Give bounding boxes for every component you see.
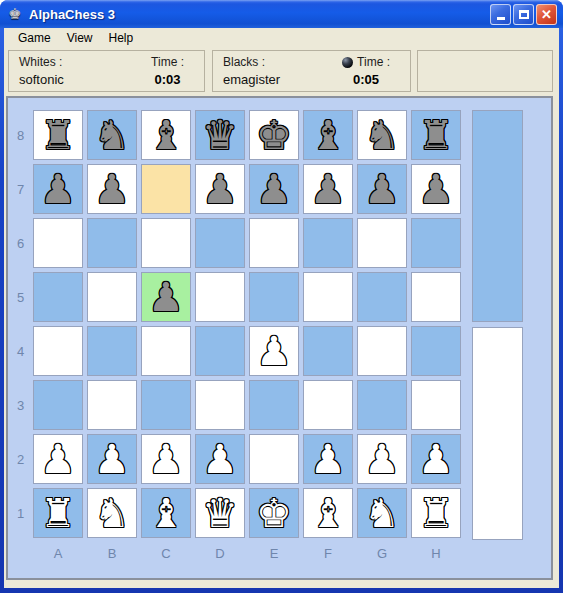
black-rook-a8: ♜	[34, 111, 82, 159]
square-d1[interactable]: ♛	[195, 488, 245, 538]
rank-label-4: 4	[8, 326, 33, 376]
square-h4[interactable]	[411, 326, 461, 376]
white-rook-a1: ♜	[34, 489, 82, 537]
square-g7[interactable]: ♟	[357, 164, 407, 214]
square-a1[interactable]: ♜	[33, 488, 83, 538]
square-b4[interactable]	[87, 326, 137, 376]
black-king-e8: ♚	[250, 111, 298, 159]
square-b3[interactable]	[87, 380, 137, 430]
square-g6[interactable]	[357, 218, 407, 268]
file-label-f: F	[303, 546, 353, 561]
black-rook-h8: ♜	[412, 111, 460, 159]
white-pawn-b2: ♟	[88, 435, 136, 483]
white-pawn-h2: ♟	[412, 435, 460, 483]
window-title: AlphaChess 3	[29, 7, 490, 22]
black-bishop-c8: ♝	[142, 111, 190, 159]
square-b5[interactable]	[87, 272, 137, 322]
empty-status-panel	[417, 50, 553, 92]
square-c4[interactable]	[141, 326, 191, 376]
file-label-h: H	[411, 546, 461, 561]
captured-pieces-tray-white	[472, 327, 523, 540]
square-a7[interactable]: ♟	[33, 164, 83, 214]
white-player-name: softonic	[19, 72, 64, 87]
black-knight-b8: ♞	[88, 111, 136, 159]
black-time-value: 0:05	[353, 72, 379, 87]
close-button[interactable]: ✕	[536, 4, 557, 25]
white-bishop-c1: ♝	[142, 489, 190, 537]
square-c3[interactable]	[141, 380, 191, 430]
rank-label-8: 8	[8, 110, 33, 160]
menu-bar: Game View Help	[4, 28, 559, 48]
menu-view[interactable]: View	[59, 29, 101, 47]
black-player-name: emagister	[223, 72, 280, 87]
square-d5[interactable]	[195, 272, 245, 322]
white-pawn-c2: ♟	[142, 435, 190, 483]
rank-label-1: 1	[8, 488, 33, 538]
black-knight-g8: ♞	[358, 111, 406, 159]
client-area: Game View Help Whites : softonic Time : …	[4, 28, 559, 588]
square-h3[interactable]	[411, 380, 461, 430]
square-d4[interactable]	[195, 326, 245, 376]
file-label-c: C	[141, 546, 191, 561]
minimize-button[interactable]	[490, 4, 511, 25]
file-label-e: E	[249, 546, 299, 561]
black-pawn-g7: ♟	[358, 165, 406, 213]
square-h1[interactable]: ♜	[411, 488, 461, 538]
white-pawn-d2: ♟	[196, 435, 244, 483]
rank-label-7: 7	[8, 164, 33, 214]
square-f7[interactable]: ♟	[303, 164, 353, 214]
square-b6[interactable]	[87, 218, 137, 268]
board-grid: ♜♞♝♛♚♝♞♜♟♟♟♟♟♟♟♟♟♟♟♟♟♟♟♟♜♞♝♛♚♝♞♜	[33, 110, 461, 538]
minimize-icon	[497, 17, 505, 20]
square-g5[interactable]	[357, 272, 407, 322]
file-label-b: B	[87, 546, 137, 561]
square-c8[interactable]: ♝	[141, 110, 191, 160]
square-h7[interactable]: ♟	[411, 164, 461, 214]
square-h2[interactable]: ♟	[411, 434, 461, 484]
black-pawn-c5: ♟	[142, 273, 190, 321]
file-label-d: D	[195, 546, 245, 561]
white-time-value: 0:03	[155, 72, 181, 87]
square-g4[interactable]	[357, 326, 407, 376]
black-label: Blacks :	[223, 55, 280, 69]
clock-icon	[342, 57, 353, 68]
square-b7[interactable]: ♟	[87, 164, 137, 214]
square-e7[interactable]: ♟	[249, 164, 299, 214]
black-player-panel: Blacks : emagister Time : 0:05	[212, 50, 411, 92]
white-pawn-g2: ♟	[358, 435, 406, 483]
square-f1[interactable]: ♝	[303, 488, 353, 538]
square-d2[interactable]: ♟	[195, 434, 245, 484]
square-g1[interactable]: ♞	[357, 488, 407, 538]
white-queen-d1: ♛	[196, 489, 244, 537]
square-f3[interactable]	[303, 380, 353, 430]
app-window: ♚ AlphaChess 3 ✕ Game View Help Whites :…	[0, 0, 563, 593]
square-a8[interactable]: ♜	[33, 110, 83, 160]
black-pawn-h7: ♟	[412, 165, 460, 213]
maximize-icon	[519, 10, 529, 19]
square-f6[interactable]	[303, 218, 353, 268]
app-icon: ♚	[6, 4, 24, 24]
white-bishop-f1: ♝	[304, 489, 352, 537]
square-h5[interactable]	[411, 272, 461, 322]
close-icon: ✕	[541, 7, 552, 22]
square-a3[interactable]	[33, 380, 83, 430]
black-pawn-d7: ♟	[196, 165, 244, 213]
white-rook-h1: ♜	[412, 489, 460, 537]
square-e5[interactable]	[249, 272, 299, 322]
square-d3[interactable]	[195, 380, 245, 430]
white-pawn-e4: ♟	[250, 327, 298, 375]
white-pawn-a2: ♟	[34, 435, 82, 483]
square-f2[interactable]: ♟	[303, 434, 353, 484]
square-g8[interactable]: ♞	[357, 110, 407, 160]
square-a4[interactable]	[33, 326, 83, 376]
square-g2[interactable]: ♟	[357, 434, 407, 484]
square-f4[interactable]	[303, 326, 353, 376]
file-labels: ABCDEFGH	[33, 546, 461, 561]
title-bar[interactable]: ♚ AlphaChess 3 ✕	[0, 0, 563, 28]
square-e8[interactable]: ♚	[249, 110, 299, 160]
square-f5[interactable]	[303, 272, 353, 322]
square-d7[interactable]: ♟	[195, 164, 245, 214]
square-c5[interactable]: ♟	[141, 272, 191, 322]
black-bishop-f8: ♝	[304, 111, 352, 159]
square-c7[interactable]	[141, 164, 191, 214]
square-b1[interactable]: ♞	[87, 488, 137, 538]
rank-labels: 87654321	[8, 110, 33, 542]
square-e1[interactable]: ♚	[249, 488, 299, 538]
square-c1[interactable]: ♝	[141, 488, 191, 538]
square-c6[interactable]	[141, 218, 191, 268]
white-time-label: Time :	[151, 55, 184, 69]
rank-label-2: 2	[8, 434, 33, 484]
menu-help[interactable]: Help	[100, 29, 141, 47]
square-h8[interactable]: ♜	[411, 110, 461, 160]
black-pawn-f7: ♟	[304, 165, 352, 213]
square-g3[interactable]	[357, 380, 407, 430]
file-label-a: A	[33, 546, 83, 561]
white-knight-g1: ♞	[358, 489, 406, 537]
captured-pieces-tray-black	[472, 110, 523, 322]
white-label: Whites :	[19, 55, 64, 69]
square-e3[interactable]	[249, 380, 299, 430]
maximize-button[interactable]	[513, 4, 534, 25]
square-a2[interactable]: ♟	[33, 434, 83, 484]
square-e6[interactable]	[249, 218, 299, 268]
square-d8[interactable]: ♛	[195, 110, 245, 160]
square-f8[interactable]: ♝	[303, 110, 353, 160]
black-pawn-e7: ♟	[250, 165, 298, 213]
black-queen-d8: ♛	[196, 111, 244, 159]
square-h6[interactable]	[411, 218, 461, 268]
board-panel: 87654321 ♜♞♝♛♚♝♞♜♟♟♟♟♟♟♟♟♟♟♟♟♟♟♟♟♜♞♝♛♚♝♞…	[6, 96, 553, 580]
square-e4[interactable]: ♟	[249, 326, 299, 376]
square-a5[interactable]	[33, 272, 83, 322]
black-time-label: Time :	[357, 55, 390, 69]
rank-label-5: 5	[8, 272, 33, 322]
black-pawn-a7: ♟	[34, 165, 82, 213]
white-pawn-f2: ♟	[304, 435, 352, 483]
square-b8[interactable]: ♞	[87, 110, 137, 160]
black-pawn-b7: ♟	[88, 165, 136, 213]
square-b2[interactable]: ♟	[87, 434, 137, 484]
square-d6[interactable]	[195, 218, 245, 268]
square-c2[interactable]: ♟	[141, 434, 191, 484]
rank-label-6: 6	[8, 218, 33, 268]
white-king-e1: ♚	[250, 489, 298, 537]
square-a6[interactable]	[33, 218, 83, 268]
window-controls: ✕	[490, 4, 557, 25]
square-e2[interactable]	[249, 434, 299, 484]
file-label-g: G	[357, 546, 407, 561]
rank-label-3: 3	[8, 380, 33, 430]
white-player-panel: Whites : softonic Time : 0:03	[8, 50, 205, 92]
white-knight-b1: ♞	[88, 489, 136, 537]
menu-game[interactable]: Game	[10, 29, 59, 47]
